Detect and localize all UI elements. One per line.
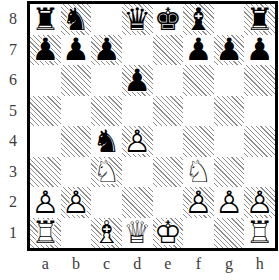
square-g5[interactable] (214, 96, 245, 127)
black-queen: ♛ (122, 4, 153, 35)
square-f8[interactable]: ♝ (183, 4, 214, 35)
white-pawn: ♙ (122, 126, 153, 157)
white-pawn-fill: ♟ (61, 187, 92, 218)
white-knight-fill: ♞ (91, 157, 122, 188)
square-f6[interactable] (183, 65, 214, 96)
white-pawn-fill: ♟ (244, 187, 275, 218)
square-e8[interactable]: ♚ (153, 4, 184, 35)
square-g6[interactable] (214, 65, 245, 96)
square-h6[interactable] (244, 65, 275, 96)
black-bishop: ♝ (183, 4, 214, 35)
square-d5[interactable] (122, 96, 153, 127)
file-label-a: a (30, 250, 61, 277)
square-a1[interactable]: ♜♖ (30, 218, 61, 249)
file-label-b: b (61, 250, 92, 277)
square-e6[interactable] (153, 65, 184, 96)
square-e2[interactable] (153, 187, 184, 218)
square-a8[interactable]: ♜ (30, 4, 61, 35)
square-b1[interactable] (61, 218, 92, 249)
square-a6[interactable] (30, 65, 61, 96)
black-rook: ♜ (30, 4, 61, 35)
square-d3[interactable] (122, 157, 153, 188)
white-rook-fill: ♜ (244, 218, 275, 249)
rank-label-3: 3 (0, 157, 26, 188)
rank-label-7: 7 (0, 35, 26, 66)
file-label-h: h (244, 250, 275, 277)
square-a4[interactable] (30, 126, 61, 157)
white-king: ♔ (153, 218, 184, 249)
square-f1[interactable] (183, 218, 214, 249)
square-b5[interactable] (61, 96, 92, 127)
square-d4[interactable]: ♟♙ (122, 126, 153, 157)
square-f7[interactable]: ♟ (183, 35, 214, 66)
white-knight-fill: ♞ (183, 157, 214, 188)
black-pawn: ♟ (61, 35, 92, 66)
square-d1[interactable]: ♛♕ (122, 218, 153, 249)
file-label-e: e (153, 250, 184, 277)
square-h5[interactable] (244, 96, 275, 127)
square-h4[interactable] (244, 126, 275, 157)
black-pawn: ♟ (30, 35, 61, 66)
square-h8[interactable]: ♜ (244, 4, 275, 35)
rank-label-4: 4 (0, 126, 26, 157)
white-knight: ♘ (183, 157, 214, 188)
square-a7[interactable]: ♟ (30, 35, 61, 66)
square-c4[interactable]: ♞ (91, 126, 122, 157)
file-labels: abcdefgh (30, 250, 275, 277)
square-g2[interactable]: ♟♙ (214, 187, 245, 218)
black-pawn: ♟ (214, 35, 245, 66)
white-rook: ♖ (30, 218, 61, 249)
white-pawn: ♙ (183, 187, 214, 218)
square-a3[interactable] (30, 157, 61, 188)
square-f4[interactable] (183, 126, 214, 157)
square-b4[interactable] (61, 126, 92, 157)
rank-label-6: 6 (0, 65, 26, 96)
square-h2[interactable]: ♟♙ (244, 187, 275, 218)
square-d8[interactable]: ♛ (122, 4, 153, 35)
square-e7[interactable] (153, 35, 184, 66)
rank-label-5: 5 (0, 96, 26, 127)
file-label-d: d (122, 250, 153, 277)
square-c1[interactable]: ♝♗ (91, 218, 122, 249)
rank-label-2: 2 (0, 187, 26, 218)
square-b7[interactable]: ♟ (61, 35, 92, 66)
white-pawn-fill: ♟ (183, 187, 214, 218)
square-c8[interactable] (91, 4, 122, 35)
white-pawn-fill: ♟ (214, 187, 245, 218)
square-c6[interactable] (91, 65, 122, 96)
square-g4[interactable] (214, 126, 245, 157)
black-pawn: ♟ (91, 35, 122, 66)
square-d6[interactable]: ♟ (122, 65, 153, 96)
square-g1[interactable] (214, 218, 245, 249)
black-king: ♚ (153, 4, 184, 35)
square-c2[interactable] (91, 187, 122, 218)
white-bishop: ♗ (91, 218, 122, 249)
file-label-g: g (214, 250, 245, 277)
white-pawn: ♙ (244, 187, 275, 218)
square-h3[interactable] (244, 157, 275, 188)
file-label-f: f (183, 250, 214, 277)
square-c5[interactable] (91, 96, 122, 127)
black-rook: ♜ (244, 4, 275, 35)
white-queen-fill: ♛ (122, 218, 153, 249)
white-king-fill: ♚ (153, 218, 184, 249)
square-b3[interactable] (61, 157, 92, 188)
white-pawn: ♙ (61, 187, 92, 218)
black-knight: ♞ (91, 126, 122, 157)
square-f2[interactable]: ♟♙ (183, 187, 214, 218)
square-a2[interactable]: ♟♙ (30, 187, 61, 218)
square-a5[interactable] (30, 96, 61, 127)
white-queen: ♕ (122, 218, 153, 249)
black-pawn: ♟ (183, 35, 214, 66)
white-bishop-fill: ♝ (91, 218, 122, 249)
square-b6[interactable] (61, 65, 92, 96)
square-e1[interactable]: ♚♔ (153, 218, 184, 249)
square-f5[interactable] (183, 96, 214, 127)
white-rook: ♖ (244, 218, 275, 249)
file-label-c: c (91, 250, 122, 277)
chess-board: ♜♞♛♚♝♜♟♟♟♟♟♟♟♞♟♙♞♘♞♘♟♙♟♙♟♙♟♙♟♙♜♖♝♗♛♕♚♔♜♖ (27, 1, 278, 251)
white-pawn: ♙ (30, 187, 61, 218)
white-rook-fill: ♜ (30, 218, 61, 249)
square-g3[interactable] (214, 157, 245, 188)
square-c7[interactable]: ♟ (91, 35, 122, 66)
square-c3[interactable]: ♞♘ (91, 157, 122, 188)
white-pawn-fill: ♟ (122, 126, 153, 157)
square-d7[interactable] (122, 35, 153, 66)
square-e3[interactable] (153, 157, 184, 188)
square-g8[interactable] (214, 4, 245, 35)
white-knight: ♘ (91, 157, 122, 188)
square-b2[interactable]: ♟♙ (61, 187, 92, 218)
square-h1[interactable]: ♜♖ (244, 218, 275, 249)
square-b8[interactable]: ♞ (61, 4, 92, 35)
square-f3[interactable]: ♞♘ (183, 157, 214, 188)
rank-labels: 87654321 (0, 4, 26, 248)
square-e5[interactable] (153, 96, 184, 127)
black-knight: ♞ (61, 4, 92, 35)
rank-label-1: 1 (0, 218, 26, 249)
square-e4[interactable] (153, 126, 184, 157)
white-pawn-fill: ♟ (30, 187, 61, 218)
rank-label-8: 8 (0, 4, 26, 35)
black-pawn: ♟ (122, 65, 153, 96)
white-pawn: ♙ (214, 187, 245, 218)
square-h7[interactable]: ♟ (244, 35, 275, 66)
square-d2[interactable] (122, 187, 153, 218)
square-g7[interactable]: ♟ (214, 35, 245, 66)
black-pawn: ♟ (244, 35, 275, 66)
